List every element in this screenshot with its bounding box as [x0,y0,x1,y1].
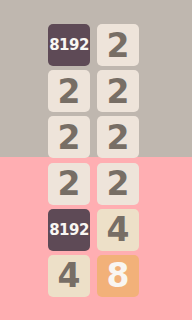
tile-r3c1-2: 2 [48,116,90,158]
tile-r5c1-8192: 8192 [48,209,90,251]
tile-r2c2-2: 2 [97,70,139,112]
tile-r6c1-4: 4 [48,255,90,297]
tile-board[interactable]: 8192 2 2 2 2 2 2 2 8192 4 4 8 [48,24,139,297]
tile-r3c2-2: 2 [97,116,139,158]
tile-r6c2-8: 8 [97,255,139,297]
tile-r2c1-2: 2 [48,70,90,112]
tile-r4c2-2: 2 [97,163,139,205]
game-screen-2048: 8192 2 2 2 2 2 2 2 8192 4 4 8 [0,0,192,320]
tile-r1c1-8192: 8192 [48,24,90,66]
tile-r1c2-2: 2 [97,24,139,66]
tile-r4c1-2: 2 [48,163,90,205]
tile-r5c2-4: 4 [97,209,139,251]
